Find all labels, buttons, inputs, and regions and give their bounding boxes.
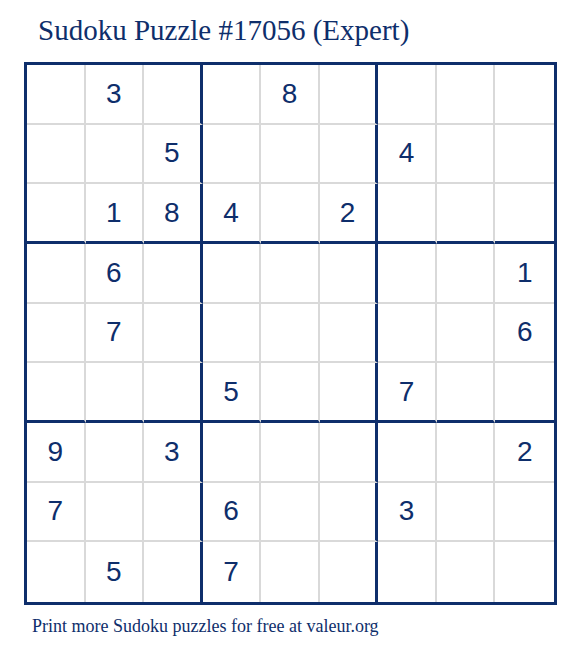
cell-r6c7[interactable]: 7 — [378, 363, 437, 423]
cell-r3c8[interactable] — [437, 184, 496, 244]
cell-r7c8[interactable] — [437, 423, 496, 483]
cell-r1c6[interactable] — [320, 65, 379, 125]
cell-r6c3[interactable] — [144, 363, 203, 423]
page-title: Sudoku Puzzle #17056 (Expert) — [38, 15, 409, 47]
cell-r9c2[interactable]: 5 — [86, 542, 145, 602]
cell-r2c1[interactable] — [27, 125, 86, 185]
cell-r1c1[interactable] — [27, 65, 86, 125]
cell-r8c4[interactable]: 6 — [203, 483, 262, 543]
cell-r5c6[interactable] — [320, 304, 379, 364]
cell-r2c3[interactable]: 5 — [144, 125, 203, 185]
cell-r7c6[interactable] — [320, 423, 379, 483]
cell-r9c6[interactable] — [320, 542, 379, 602]
cell-r2c7[interactable]: 4 — [378, 125, 437, 185]
cell-r7c4[interactable] — [203, 423, 262, 483]
cell-r2c4[interactable] — [203, 125, 262, 185]
sudoku-board: 3854184261765793276357 — [24, 62, 557, 605]
cell-r7c1[interactable]: 9 — [27, 423, 86, 483]
cell-r8c9[interactable] — [495, 483, 554, 543]
cell-r6c5[interactable] — [261, 363, 320, 423]
cell-r3c3[interactable]: 8 — [144, 184, 203, 244]
cell-r4c7[interactable] — [378, 244, 437, 304]
cell-r5c2[interactable]: 7 — [86, 304, 145, 364]
cell-r6c2[interactable] — [86, 363, 145, 423]
cell-r3c4[interactable]: 4 — [203, 184, 262, 244]
cell-r6c9[interactable] — [495, 363, 554, 423]
cell-r4c4[interactable] — [203, 244, 262, 304]
cell-r3c7[interactable] — [378, 184, 437, 244]
cell-r5c3[interactable] — [144, 304, 203, 364]
cell-r4c8[interactable] — [437, 244, 496, 304]
cell-r6c6[interactable] — [320, 363, 379, 423]
cell-r7c3[interactable]: 3 — [144, 423, 203, 483]
cell-r5c7[interactable] — [378, 304, 437, 364]
cell-r2c6[interactable] — [320, 125, 379, 185]
cell-r2c2[interactable] — [86, 125, 145, 185]
cell-r5c9[interactable]: 6 — [495, 304, 554, 364]
cell-r4c3[interactable] — [144, 244, 203, 304]
cell-r6c4[interactable]: 5 — [203, 363, 262, 423]
cell-r1c5[interactable]: 8 — [261, 65, 320, 125]
cell-r8c1[interactable]: 7 — [27, 483, 86, 543]
cell-r1c3[interactable] — [144, 65, 203, 125]
cell-r1c7[interactable] — [378, 65, 437, 125]
cell-r2c5[interactable] — [261, 125, 320, 185]
cell-r8c6[interactable] — [320, 483, 379, 543]
cell-r5c5[interactable] — [261, 304, 320, 364]
cell-r9c5[interactable] — [261, 542, 320, 602]
cell-r8c7[interactable]: 3 — [378, 483, 437, 543]
cell-r1c9[interactable] — [495, 65, 554, 125]
cell-r9c4[interactable]: 7 — [203, 542, 262, 602]
cell-r2c8[interactable] — [437, 125, 496, 185]
cell-r1c4[interactable] — [203, 65, 262, 125]
cell-r1c8[interactable] — [437, 65, 496, 125]
cell-r3c5[interactable] — [261, 184, 320, 244]
cell-r8c5[interactable] — [261, 483, 320, 543]
cell-r4c5[interactable] — [261, 244, 320, 304]
cell-r8c8[interactable] — [437, 483, 496, 543]
cell-r3c1[interactable] — [27, 184, 86, 244]
sudoku-page: Sudoku Puzzle #17056 (Expert) 3854184261… — [0, 0, 580, 651]
cell-r6c1[interactable] — [27, 363, 86, 423]
cell-r7c2[interactable] — [86, 423, 145, 483]
cell-r7c9[interactable]: 2 — [495, 423, 554, 483]
cell-r3c2[interactable]: 1 — [86, 184, 145, 244]
footer-text: Print more Sudoku puzzles for free at va… — [32, 616, 379, 637]
cell-r9c1[interactable] — [27, 542, 86, 602]
cell-r5c1[interactable] — [27, 304, 86, 364]
cell-r4c6[interactable] — [320, 244, 379, 304]
cell-r8c3[interactable] — [144, 483, 203, 543]
cell-r9c8[interactable] — [437, 542, 496, 602]
cell-r3c6[interactable]: 2 — [320, 184, 379, 244]
cell-r9c9[interactable] — [495, 542, 554, 602]
cell-r4c2[interactable]: 6 — [86, 244, 145, 304]
cell-r5c4[interactable] — [203, 304, 262, 364]
cell-r5c8[interactable] — [437, 304, 496, 364]
cell-r6c8[interactable] — [437, 363, 496, 423]
cell-r7c5[interactable] — [261, 423, 320, 483]
cell-r9c7[interactable] — [378, 542, 437, 602]
cell-r9c3[interactable] — [144, 542, 203, 602]
cell-r8c2[interactable] — [86, 483, 145, 543]
cell-r4c9[interactable]: 1 — [495, 244, 554, 304]
cell-r7c7[interactable] — [378, 423, 437, 483]
cell-r4c1[interactable] — [27, 244, 86, 304]
cell-r3c9[interactable] — [495, 184, 554, 244]
cell-r2c9[interactable] — [495, 125, 554, 185]
cell-r1c2[interactable]: 3 — [86, 65, 145, 125]
